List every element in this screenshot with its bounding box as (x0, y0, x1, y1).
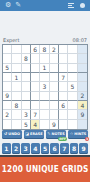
cell-r4c6[interactable] (50, 73, 59, 82)
cell-r8c7[interactable] (59, 110, 68, 119)
cell-r9c2[interactable] (12, 120, 21, 129)
number-pad: 123456789 (2, 143, 88, 153)
cell-r8c9[interactable]: 9 (78, 110, 87, 119)
cell-r4c1[interactable] (3, 73, 12, 82)
cell-r7c1[interactable] (3, 101, 12, 110)
cell-r3c9[interactable] (78, 64, 87, 73)
hints-label: HINTS (74, 132, 86, 136)
cell-r6c6[interactable] (50, 92, 59, 101)
sudoku-app-screen: ⚙ ✎ Expert 08:07 6828511735928642379549 … (0, 0, 90, 182)
cell-r6c3[interactable] (22, 92, 31, 101)
cell-r8c3[interactable]: 3 (22, 110, 31, 119)
cell-r1c7[interactable] (59, 45, 68, 54)
erase-button[interactable]: ◪ ERASE (24, 130, 44, 138)
cell-r3c4[interactable] (31, 64, 40, 73)
cell-r7c9[interactable]: 4 (78, 101, 87, 110)
eraser-icon: ◪ (25, 132, 29, 136)
undo-label: UNDO (8, 132, 20, 136)
cell-r3c5[interactable]: 1 (40, 64, 49, 73)
cell-r4c9[interactable] (78, 73, 87, 82)
cell-r5c1[interactable] (3, 82, 12, 91)
cell-r2c6[interactable] (50, 54, 59, 63)
ad-banner-text: 1200 UNIQUE GRIDS (2, 165, 89, 174)
cell-r5c9[interactable] (78, 82, 87, 91)
numpad-5-button[interactable]: 5 (41, 143, 50, 153)
numpad-7-button[interactable]: 7 (60, 143, 69, 153)
cell-r6c5[interactable] (40, 92, 49, 101)
numpad-8-button[interactable]: 8 (70, 143, 79, 153)
cell-r4c3[interactable] (22, 73, 31, 82)
cell-r2c8[interactable] (68, 54, 77, 63)
undo-button[interactable]: ↺ UNDO (2, 130, 22, 138)
cell-r5c6[interactable] (50, 82, 59, 91)
cell-r6c2[interactable] (12, 92, 21, 101)
theme-circle-icon[interactable] (80, 3, 85, 8)
cell-r1c2[interactable] (12, 45, 21, 54)
difficulty-label: Expert (3, 37, 19, 43)
cell-r5c4[interactable] (31, 82, 40, 91)
cell-r8c4[interactable]: 7 (31, 110, 40, 119)
undo-arrow-icon: ↺ (4, 132, 7, 136)
erase-label: ERASE (30, 132, 43, 136)
cell-r7c7[interactable]: 6 (59, 101, 68, 110)
cell-r1c8[interactable] (68, 45, 77, 54)
cell-r3c1[interactable]: 5 (3, 64, 12, 73)
cell-r9c6[interactable]: 9 (50, 120, 59, 129)
cell-r3c8[interactable] (68, 64, 77, 73)
numpad-9-button[interactable]: 9 (79, 143, 88, 153)
numpad-6-button[interactable]: 6 (50, 143, 59, 153)
numpad-4-button[interactable]: 4 (31, 143, 40, 153)
cell-r7c6[interactable] (50, 101, 59, 110)
cell-r2c2[interactable] (12, 54, 21, 63)
cell-r9c1[interactable] (3, 120, 12, 129)
pencil-icon[interactable]: ✎ (15, 2, 21, 9)
cell-r9c9[interactable] (78, 120, 87, 129)
cell-r2c7[interactable] (59, 54, 68, 63)
toolbar: ↺ UNDO ◪ ERASE ✎ NOTES OFF ☆ HINTS 3 (2, 130, 88, 142)
cell-r3c3[interactable] (22, 64, 31, 73)
cell-r8c2[interactable] (12, 110, 21, 119)
settings-gear-icon[interactable]: ⚙ (5, 2, 11, 9)
cell-r9c3[interactable]: 5 (22, 120, 31, 129)
cell-r5c8[interactable]: 5 (68, 82, 77, 91)
pencil-icon: ✎ (47, 132, 50, 136)
hints-count-badge: 3 (85, 137, 89, 141)
cell-r1c1[interactable] (3, 45, 12, 54)
cell-r3c7[interactable] (59, 64, 68, 73)
cell-r3c2[interactable] (12, 64, 21, 73)
cell-r7c8[interactable] (68, 101, 77, 110)
cell-r5c2[interactable] (12, 82, 21, 91)
info-row: Expert 08:07 (3, 36, 87, 43)
cell-r4c8[interactable] (68, 73, 77, 82)
cell-r8c5[interactable] (40, 110, 49, 119)
notes-label: NOTES (52, 132, 65, 136)
cell-r5c5[interactable]: 3 (40, 82, 49, 91)
cell-r4c5[interactable] (40, 73, 49, 82)
sort-bars-icon[interactable] (68, 3, 75, 8)
numpad-2-button[interactable]: 2 (12, 143, 21, 153)
ad-banner[interactable]: 1200 UNIQUE GRIDS (0, 157, 90, 182)
notes-button[interactable]: ✎ NOTES OFF (46, 130, 66, 138)
cell-r1c6[interactable]: 2 (50, 45, 59, 54)
cell-r4c4[interactable] (31, 73, 40, 82)
cell-r2c1[interactable] (3, 54, 12, 63)
cell-r8c6[interactable] (50, 110, 59, 119)
cell-r5c7[interactable] (59, 82, 68, 91)
numpad-3-button[interactable]: 3 (21, 143, 30, 153)
hint-bulb-icon: ☆ (70, 132, 74, 136)
cell-r3c6[interactable] (50, 64, 59, 73)
cell-r7c4[interactable] (31, 101, 40, 110)
cell-r7c5[interactable] (40, 101, 49, 110)
cell-r8c1[interactable]: 2 (3, 110, 12, 119)
top-bar: ⚙ ✎ (0, 0, 90, 11)
cell-r4c7[interactable]: 7 (59, 73, 68, 82)
cell-r2c3[interactable]: 8 (22, 54, 31, 63)
sudoku-board: 6828511735928642379549 (2, 44, 88, 130)
cell-r7c2[interactable]: 8 (12, 101, 21, 110)
hints-button[interactable]: ☆ HINTS 3 (68, 130, 88, 138)
cell-r2c9[interactable] (78, 54, 87, 63)
cell-r5c3[interactable] (22, 82, 31, 91)
cell-r6c9[interactable]: 2 (78, 92, 87, 101)
cell-r1c4[interactable]: 6 (31, 45, 40, 54)
cell-r6c1[interactable]: 9 (3, 92, 12, 101)
cell-r4c2[interactable]: 1 (12, 73, 21, 82)
notes-off-badge: OFF (58, 137, 67, 141)
cell-r6c7[interactable] (59, 92, 68, 101)
cell-r1c5[interactable]: 8 (40, 45, 49, 54)
cell-r6c8[interactable] (68, 92, 77, 101)
cell-r7c3[interactable] (22, 101, 31, 110)
cell-r2c5[interactable] (40, 54, 49, 63)
cell-r8c8[interactable] (68, 110, 77, 119)
numpad-1-button[interactable]: 1 (2, 143, 11, 153)
cell-r9c7[interactable] (59, 120, 68, 129)
cell-r6c4[interactable] (31, 92, 40, 101)
cell-r2c4[interactable] (31, 54, 40, 63)
cell-r1c9[interactable] (78, 45, 87, 54)
cell-r1c3[interactable] (22, 45, 31, 54)
cell-r9c5[interactable] (40, 120, 49, 129)
cell-r9c8[interactable] (68, 120, 77, 129)
timer-label: 08:07 (73, 37, 87, 43)
cell-r9c4[interactable]: 4 (31, 120, 40, 129)
